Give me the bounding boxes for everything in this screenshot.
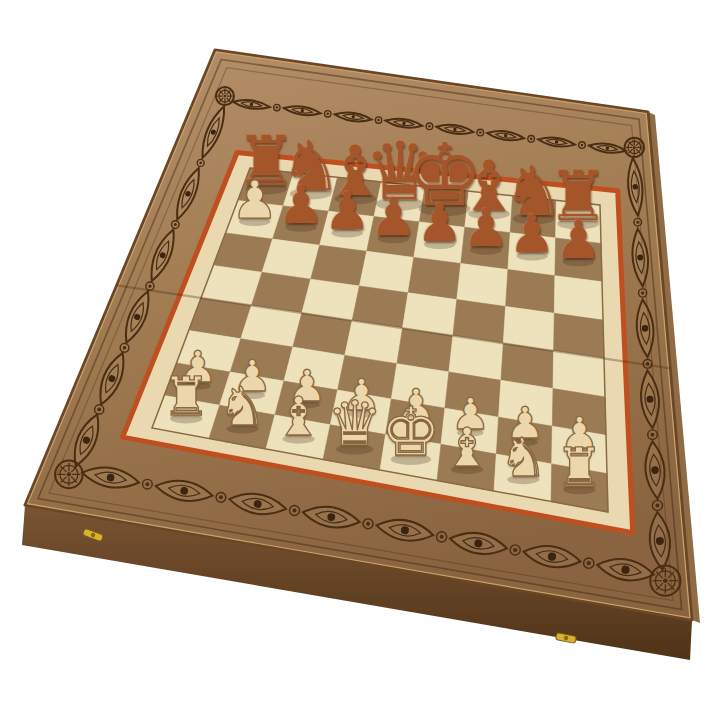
piece-black-pawn-c7[interactable]: ♟	[324, 186, 371, 238]
piece-white-rook-a1[interactable]: ♜	[162, 370, 210, 424]
square-e6[interactable]	[408, 257, 461, 299]
corner-rosette-icon	[625, 138, 644, 157]
carved-chess-board	[0, 0, 720, 720]
square-g6[interactable]	[506, 270, 555, 314]
square-b6[interactable]	[262, 239, 320, 279]
piece-white-rook-h1[interactable]: ♜	[555, 441, 603, 495]
piece-black-pawn-f7[interactable]: ♟	[462, 203, 509, 255]
corner-rosette-icon	[55, 461, 83, 489]
square-c6[interactable]	[311, 245, 367, 286]
piece-black-pawn-g7[interactable]: ♟	[509, 208, 556, 260]
corner-rosette-icon	[650, 566, 680, 596]
square-d6[interactable]	[359, 251, 413, 292]
piece-white-bishop-f1[interactable]: ♝	[443, 421, 491, 475]
piece-white-king-e1[interactable]: ♚	[381, 399, 441, 466]
piece-black-pawn-e7[interactable]: ♟	[416, 197, 463, 249]
corner-rosette-icon	[216, 87, 234, 105]
piece-white-queen-d1[interactable]: ♛	[327, 393, 383, 455]
piece-white-knight-b1[interactable]: ♞	[218, 380, 266, 434]
piece-white-bishop-c1[interactable]: ♝	[275, 390, 323, 444]
square-h6[interactable]	[554, 276, 603, 320]
piece-black-pawn-d7[interactable]: ♟	[370, 191, 417, 243]
piece-black-pawn-a7[interactable]: ♟	[231, 174, 278, 226]
piece-black-pawn-h7[interactable]: ♟	[555, 214, 602, 266]
piece-black-pawn-b7[interactable]: ♟	[278, 180, 325, 232]
product-photo: ♜♞♝♛♚♝♞♜♟♟♟♟♟♟♟♟♟♟♟♟♟♟♟♟♜♞♝♛♚♝♞♜	[0, 0, 720, 720]
piece-white-knight-g1[interactable]: ♞	[499, 431, 547, 485]
square-f6[interactable]	[457, 264, 508, 307]
